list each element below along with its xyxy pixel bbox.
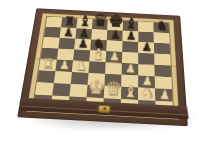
square-a6[interactable] <box>42 37 59 49</box>
piece-white-pawn[interactable]: ♟ <box>124 62 136 75</box>
square-b4[interactable]: ♟ <box>55 60 73 72</box>
square-g2[interactable]: ♞ <box>138 88 155 101</box>
square-c3[interactable] <box>71 72 89 85</box>
square-e4[interactable] <box>105 62 122 74</box>
piece-white-queen[interactable]: ♛ <box>104 80 121 99</box>
product-photo-scene: ♜♝♛♚♝♞♟♟♟♟♟♞♟♝♟♜♟♟♟♟♚♛♝♞♟ <box>0 0 210 159</box>
square-e5[interactable]: ♟ <box>106 51 123 63</box>
piece-black-pawn[interactable]: ♟ <box>141 41 152 53</box>
square-h4[interactable] <box>154 65 171 77</box>
piece-black-knight[interactable]: ♞ <box>155 19 168 33</box>
piece-white-rook[interactable]: ♜ <box>41 57 54 71</box>
square-b7[interactable]: ♟ <box>60 28 77 39</box>
piece-white-pawn[interactable]: ♟ <box>158 88 170 101</box>
square-e2[interactable]: ♛ <box>104 86 122 99</box>
square-c4[interactable]: ♟ <box>72 61 89 73</box>
square-h2[interactable]: ♟ <box>155 88 172 101</box>
piece-white-pawn[interactable]: ♟ <box>58 59 70 72</box>
square-d5[interactable]: ♝ <box>89 50 106 62</box>
square-c2[interactable] <box>69 84 87 97</box>
square-g5[interactable] <box>138 53 154 65</box>
square-b2[interactable] <box>52 83 70 96</box>
square-b6[interactable] <box>58 38 75 50</box>
piece-white-pawn[interactable]: ♟ <box>108 50 119 62</box>
square-h6[interactable] <box>154 43 170 55</box>
square-e7[interactable]: ♟ <box>107 30 123 41</box>
square-g6[interactable]: ♟ <box>138 42 154 54</box>
square-c6[interactable]: ♟ <box>74 39 91 51</box>
square-d4[interactable] <box>89 61 106 73</box>
piece-white-bishop[interactable]: ♝ <box>122 83 137 100</box>
square-f4[interactable]: ♟ <box>122 63 139 75</box>
brass-latch-icon <box>98 105 111 114</box>
piece-black-queen[interactable]: ♛ <box>92 13 108 30</box>
piece-black-pawn[interactable]: ♟ <box>77 38 88 50</box>
square-a7[interactable] <box>44 27 61 38</box>
square-a4[interactable]: ♜ <box>39 59 57 71</box>
square-a2[interactable] <box>35 82 54 95</box>
piece-white-king[interactable]: ♚ <box>87 78 105 98</box>
piece-white-bishop[interactable]: ♝ <box>91 46 105 62</box>
tilt-group: ♜♝♛♚♝♞♟♟♟♟♟♞♟♝♟♜♟♟♟♟♚♛♝♞♟ <box>0 0 210 159</box>
square-a3[interactable] <box>37 70 55 83</box>
piece-white-pawn[interactable]: ♟ <box>75 60 87 73</box>
square-h5[interactable] <box>154 54 171 66</box>
piece-white-knight[interactable]: ♞ <box>140 85 154 101</box>
square-b3[interactable] <box>54 71 72 84</box>
piece-black-pawn[interactable]: ♟ <box>63 26 74 38</box>
square-f2[interactable]: ♝ <box>121 87 138 100</box>
piece-black-pawn[interactable]: ♟ <box>125 29 136 41</box>
square-f6[interactable] <box>122 41 138 53</box>
square-d2[interactable]: ♚ <box>87 85 105 98</box>
piece-black-pawn[interactable]: ♟ <box>110 29 121 41</box>
